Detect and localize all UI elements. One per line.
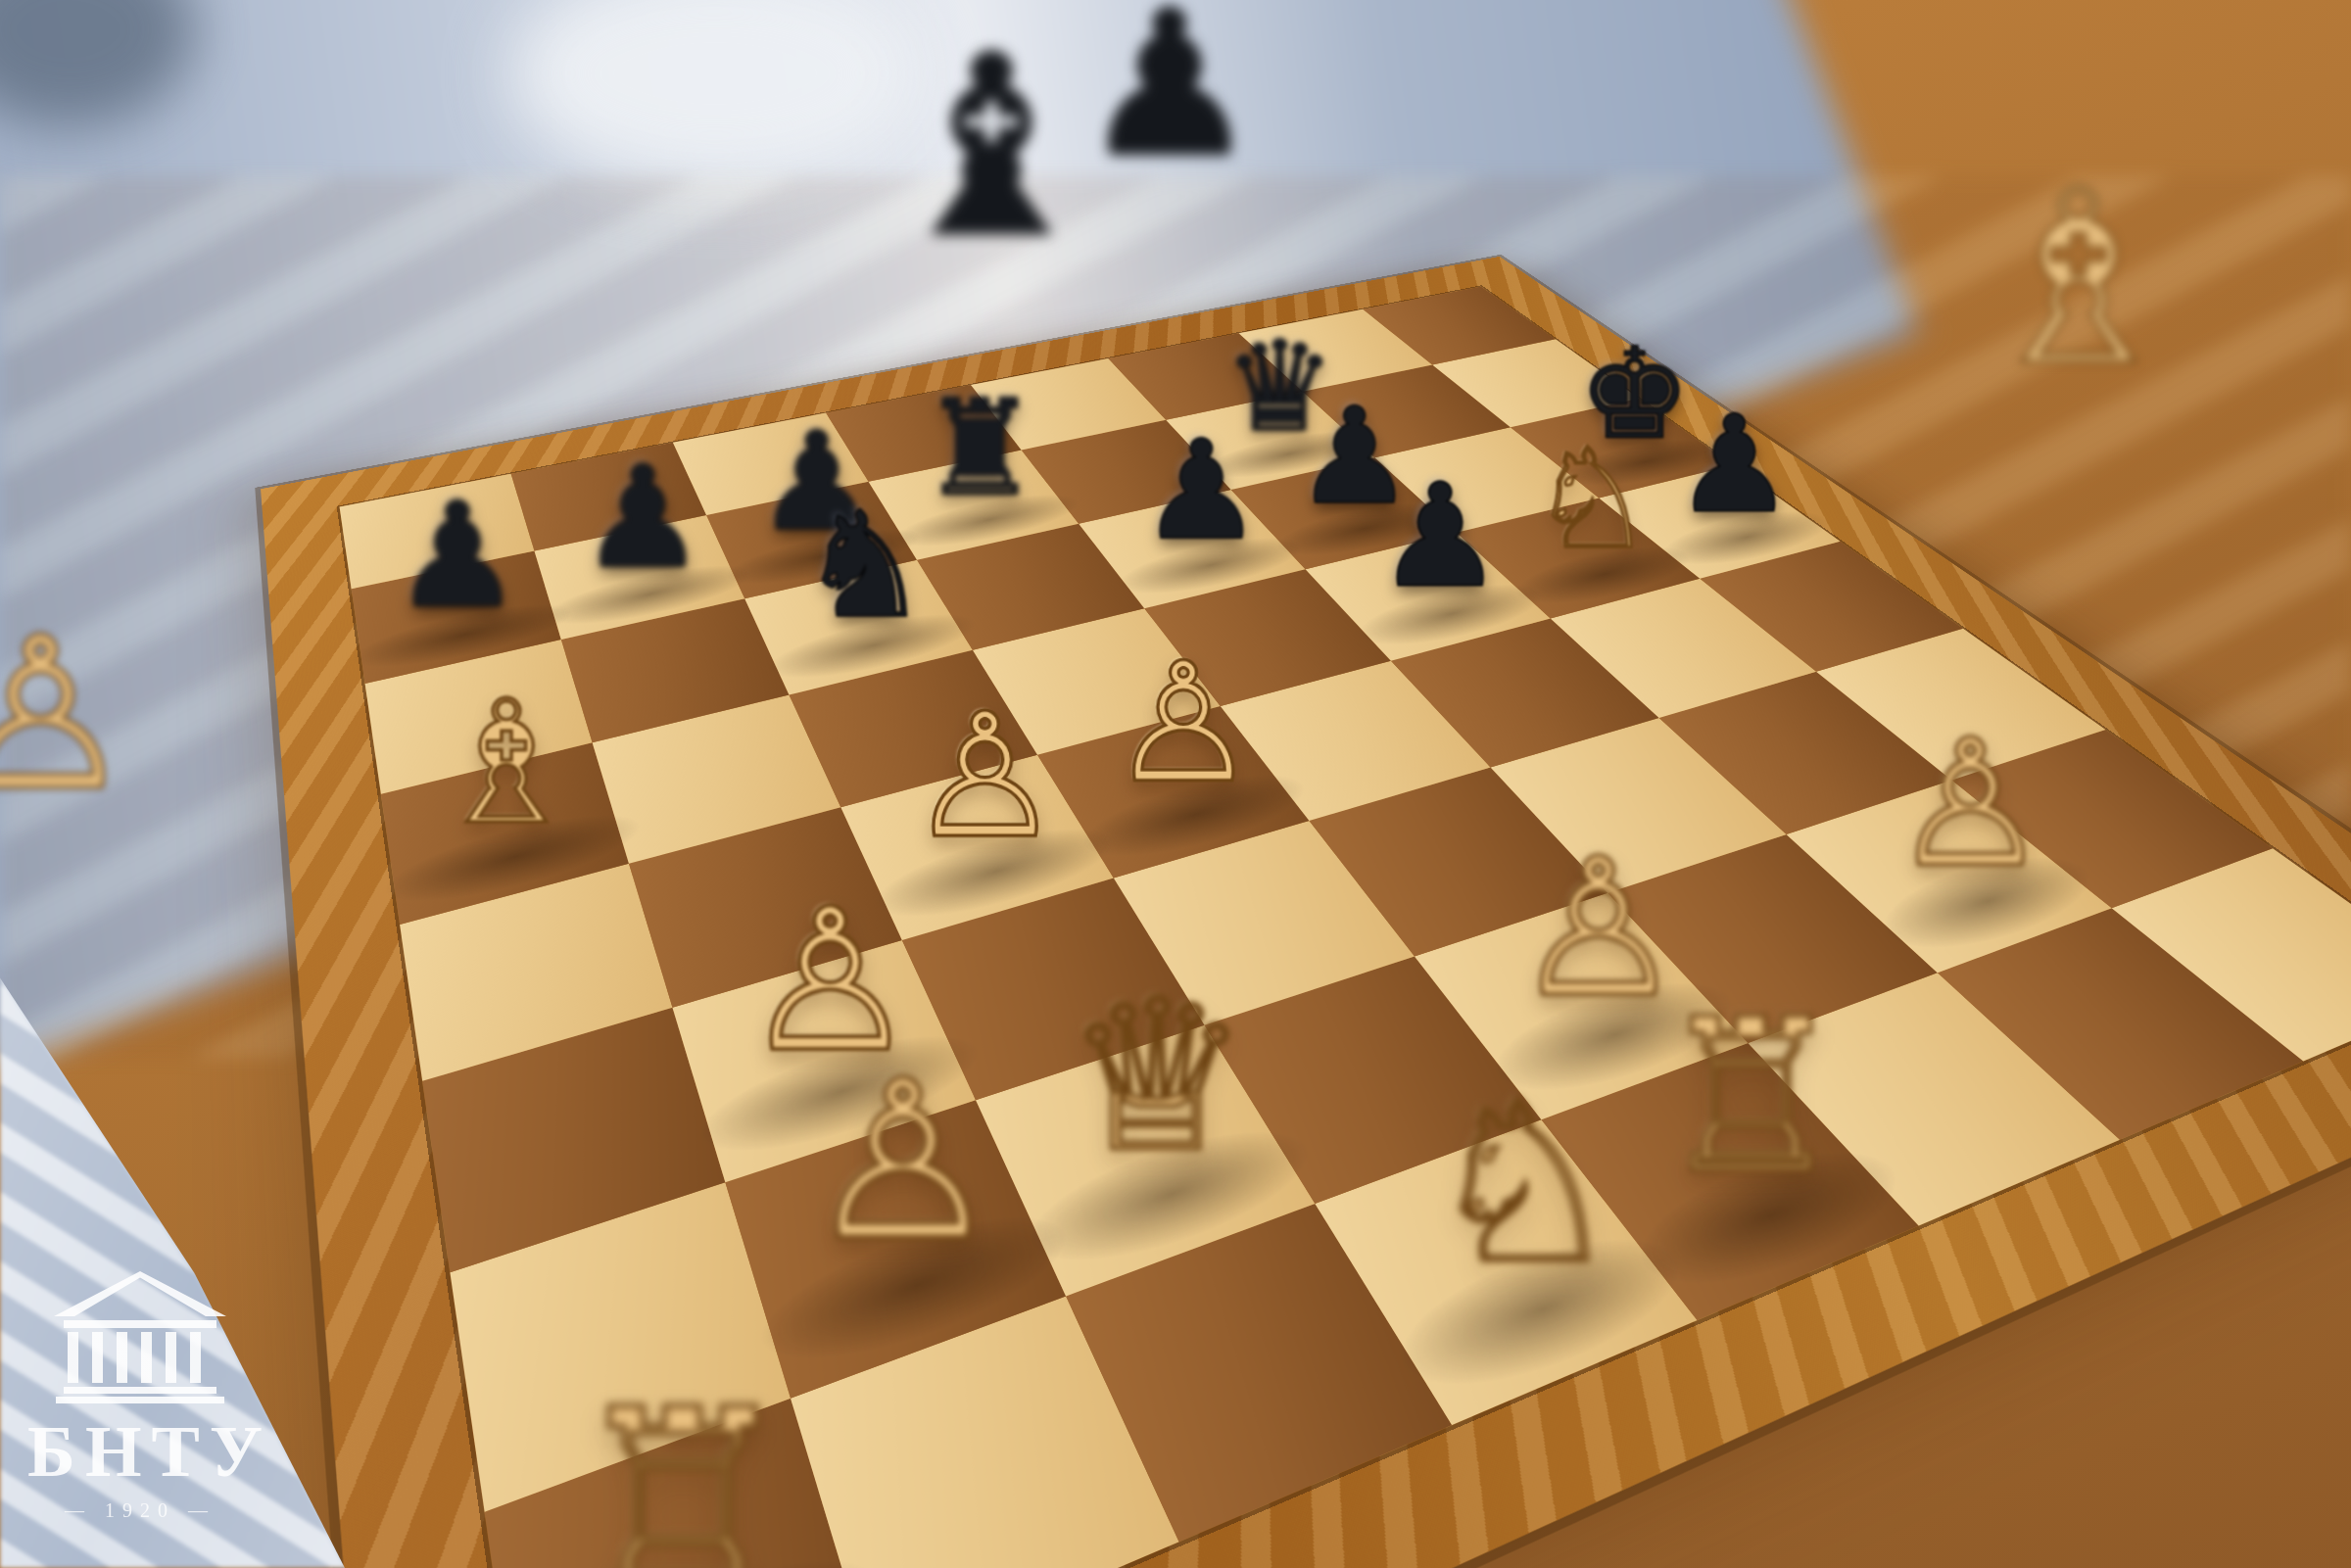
captured-piece-white-pawn: ♙ <box>0 609 135 820</box>
piece-white-rook-a1: ♖ <box>408 1376 957 1568</box>
bntu-year: — 1920 — <box>27 1499 253 1522</box>
bntu-acronym: БНТУ <box>27 1410 253 1494</box>
pediment-icon <box>54 1271 226 1316</box>
piece-white-pawn-b2: ♙ <box>673 1053 1133 1271</box>
stylobate-icon <box>64 1387 216 1394</box>
bntu-logo-icon <box>54 1271 226 1397</box>
piece-black-pawn-f5: ♟ <box>1290 465 1591 608</box>
piece-slot-g2: ♙ <box>1787 781 2112 974</box>
bntu-watermark: БНТУ — 1920 — <box>27 1271 253 1522</box>
piece-black-pawn-a7: ♟ <box>305 484 610 629</box>
piece-black-knight-c6: ♞ <box>710 493 1019 639</box>
stylobate-icon <box>56 1397 224 1403</box>
tournament-photo-scene: ♖♘♖♙♕♙♙♙♙♙♗♟♘♟♞♟♟♚♟♟♟♜♛♔ ♝♟♗♙ БНТУ — 192… <box>0 0 2351 1568</box>
piece-white-pawn-g2: ♙ <box>1786 717 2155 892</box>
piece-white-bishop-a5: ♗ <box>327 678 686 848</box>
piece-white-pawn-c4: ♙ <box>804 690 1166 862</box>
piece-slot-d1: ♘ <box>1315 1119 1697 1425</box>
piece-white-knight-d1: ♘ <box>1291 1073 1757 1295</box>
columns-icon <box>68 1332 213 1383</box>
captured-piece-black-pawn: ♟ <box>1080 0 1260 185</box>
piece-slot-a1: ♖ <box>485 1399 874 1568</box>
architrave-icon <box>64 1320 216 1328</box>
captured-piece-black-bishop: ♝ <box>880 22 1104 271</box>
captured-piece-white-bishop: ♗ <box>1971 159 2186 399</box>
